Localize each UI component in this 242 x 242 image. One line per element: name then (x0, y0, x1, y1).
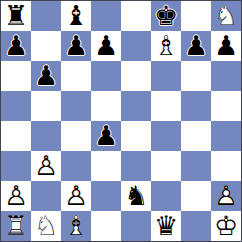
square-h3[interactable] (211, 151, 241, 181)
square-f4[interactable] (151, 121, 181, 151)
square-g5[interactable] (181, 91, 211, 121)
piece-glyph: ♟ (181, 30, 211, 60)
square-g2[interactable] (181, 181, 211, 211)
black-pawn-icon-a7[interactable]: ♟ (1, 31, 31, 61)
square-b2[interactable] (31, 181, 61, 211)
piece-glyph: ♟ (91, 30, 121, 60)
square-c3[interactable] (61, 151, 91, 181)
square-b3[interactable]: ♟♙ (31, 151, 61, 181)
square-g8[interactable] (181, 1, 211, 31)
piece-outline-glyph: ♙ (1, 180, 31, 210)
piece-outline-glyph: ♔ (211, 210, 241, 240)
black-king-icon-f8[interactable]: ♚ (151, 1, 181, 31)
square-g4[interactable] (181, 121, 211, 151)
square-e4[interactable] (121, 121, 151, 151)
square-c5[interactable] (61, 91, 91, 121)
piece-outline-glyph: ♘ (211, 0, 241, 30)
black-pawn-icon-g7[interactable]: ♟ (181, 31, 211, 61)
black-pawn-icon-h7[interactable]: ♟ (211, 31, 241, 61)
square-d6[interactable] (91, 61, 121, 91)
square-d5[interactable] (91, 91, 121, 121)
white-pawn-icon-h2[interactable]: ♟♙ (211, 181, 241, 211)
square-e2[interactable]: ♞ (121, 181, 151, 211)
square-d7[interactable]: ♟ (91, 31, 121, 61)
piece-outline-glyph: ♗ (61, 210, 91, 240)
square-d2[interactable] (91, 181, 121, 211)
piece-outline-glyph: ♙ (31, 150, 61, 180)
square-f5[interactable] (151, 91, 181, 121)
square-h5[interactable] (211, 91, 241, 121)
black-pawn-icon-c7[interactable]: ♟ (61, 31, 91, 61)
square-c2[interactable]: ♟♙ (61, 181, 91, 211)
white-bishop-icon-f7[interactable]: ♝♗ (151, 31, 181, 61)
square-h1[interactable]: ♚♔ (211, 211, 241, 241)
piece-glyph: ♛ (151, 210, 181, 240)
square-d1[interactable] (91, 211, 121, 241)
square-c7[interactable]: ♟ (61, 31, 91, 61)
square-d8[interactable] (91, 1, 121, 31)
square-a8[interactable]: ♜ (1, 1, 31, 31)
square-f3[interactable] (151, 151, 181, 181)
chess-board: ♜♝♚♞♘♟♟♟♝♗♟♟♟♟♟♙♟♙♟♙♞♟♙♜♖♞♘♝♗♛♚♔ (0, 0, 242, 242)
square-e7[interactable] (121, 31, 151, 61)
white-pawn-icon-c2[interactable]: ♟♙ (61, 181, 91, 211)
square-g6[interactable] (181, 61, 211, 91)
square-e8[interactable] (121, 1, 151, 31)
square-f2[interactable] (151, 181, 181, 211)
square-b6[interactable]: ♟ (31, 61, 61, 91)
square-b8[interactable] (31, 1, 61, 31)
white-king-icon-h1[interactable]: ♚♔ (211, 211, 241, 241)
piece-outline-glyph: ♖ (1, 210, 31, 240)
square-b4[interactable] (31, 121, 61, 151)
black-knight-icon-e2[interactable]: ♞ (121, 181, 151, 211)
black-pawn-icon-b6[interactable]: ♟ (31, 61, 61, 91)
square-a3[interactable] (1, 151, 31, 181)
piece-outline-glyph: ♙ (211, 180, 241, 210)
square-c4[interactable] (61, 121, 91, 151)
square-h8[interactable]: ♞♘ (211, 1, 241, 31)
square-b1[interactable]: ♞♘ (31, 211, 61, 241)
square-h6[interactable] (211, 61, 241, 91)
square-b7[interactable] (31, 31, 61, 61)
white-pawn-icon-b3[interactable]: ♟♙ (31, 151, 61, 181)
piece-outline-glyph: ♗ (151, 30, 181, 60)
square-d4[interactable]: ♟ (91, 121, 121, 151)
square-f1[interactable]: ♛ (151, 211, 181, 241)
square-a6[interactable] (1, 61, 31, 91)
square-g7[interactable]: ♟ (181, 31, 211, 61)
square-a2[interactable]: ♟♙ (1, 181, 31, 211)
square-a5[interactable] (1, 91, 31, 121)
black-pawn-icon-d4[interactable]: ♟ (91, 121, 121, 151)
white-bishop-icon-c1[interactable]: ♝♗ (61, 211, 91, 241)
piece-glyph: ♟ (31, 60, 61, 90)
square-c6[interactable] (61, 61, 91, 91)
white-pawn-icon-a2[interactable]: ♟♙ (1, 181, 31, 211)
piece-glyph: ♟ (91, 120, 121, 150)
square-f7[interactable]: ♝♗ (151, 31, 181, 61)
square-g3[interactable] (181, 151, 211, 181)
square-e1[interactable] (121, 211, 151, 241)
square-d3[interactable] (91, 151, 121, 181)
square-e6[interactable] (121, 61, 151, 91)
square-h4[interactable] (211, 121, 241, 151)
square-f8[interactable]: ♚ (151, 1, 181, 31)
piece-glyph: ♝ (61, 0, 91, 30)
square-a7[interactable]: ♟ (1, 31, 31, 61)
piece-glyph: ♟ (61, 30, 91, 60)
white-knight-icon-h8[interactable]: ♞♘ (211, 1, 241, 31)
square-a4[interactable] (1, 121, 31, 151)
square-g1[interactable] (181, 211, 211, 241)
white-rook-icon-a1[interactable]: ♜♖ (1, 211, 31, 241)
piece-outline-glyph: ♘ (31, 210, 61, 240)
square-a1[interactable]: ♜♖ (1, 211, 31, 241)
piece-glyph: ♟ (1, 30, 31, 60)
piece-glyph: ♜ (1, 0, 31, 30)
square-c8[interactable]: ♝ (61, 1, 91, 31)
black-queen-icon-f1[interactable]: ♛ (151, 211, 181, 241)
piece-glyph: ♟ (211, 30, 241, 60)
square-f6[interactable] (151, 61, 181, 91)
square-c1[interactable]: ♝♗ (61, 211, 91, 241)
square-h2[interactable]: ♟♙ (211, 181, 241, 211)
black-pawn-icon-d7[interactable]: ♟ (91, 31, 121, 61)
black-rook-icon-a8[interactable]: ♜ (1, 1, 31, 31)
piece-glyph: ♚ (151, 0, 181, 30)
white-knight-icon-b1[interactable]: ♞♘ (31, 211, 61, 241)
piece-glyph: ♞ (121, 180, 151, 210)
square-h7[interactable]: ♟ (211, 31, 241, 61)
square-e3[interactable] (121, 151, 151, 181)
black-bishop-icon-c8[interactable]: ♝ (61, 1, 91, 31)
piece-outline-glyph: ♙ (61, 180, 91, 210)
square-b5[interactable] (31, 91, 61, 121)
square-e5[interactable] (121, 91, 151, 121)
